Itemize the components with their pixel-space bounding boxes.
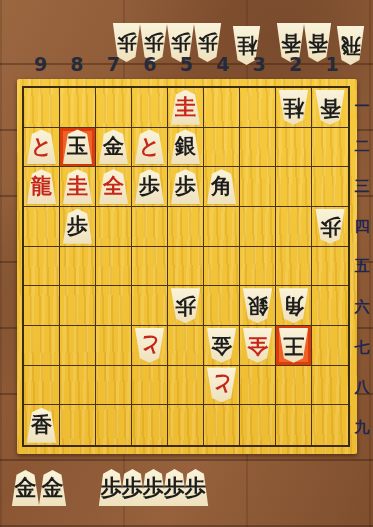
square-4-五[interactable] [204,247,240,287]
square-7-五[interactable] [96,247,132,287]
piece-kanji: 圭 [175,97,196,118]
piece-promoted-knight-black[interactable]: 圭 [62,169,93,204]
square-2-三[interactable] [276,167,312,207]
piece-kanji: 圭 [67,176,88,197]
file-label-4: 4 [204,53,241,75]
black-hand-group: 歩歩歩歩歩 [98,469,209,506]
square-8-四[interactable]: 歩 [60,207,96,247]
square-8-八[interactable] [60,366,96,406]
piece-kanji: 王 [283,335,304,356]
square-7-二[interactable]: 金 [96,128,132,168]
rank-label-7: 七 [351,338,373,357]
square-4-七[interactable]: 金 [204,326,240,366]
piece-kanji: 歩 [185,477,207,499]
piece-pawn-black[interactable]: 歩 [62,209,93,244]
square-3-九[interactable] [240,405,276,445]
square-9-四[interactable] [24,207,60,247]
square-5-四[interactable] [168,207,204,247]
square-9-五[interactable] [24,247,60,287]
square-6-九[interactable] [132,405,168,445]
square-7-四[interactable] [96,207,132,247]
square-6-六[interactable] [132,286,168,326]
piece-tokin-white[interactable]: と [134,328,165,363]
square-5-三[interactable]: 歩 [168,167,204,207]
file-label-3: 3 [241,53,278,75]
piece-kanji: 歩 [164,477,186,499]
piece-kanji: 歩 [143,477,165,499]
piece-dragon-black[interactable]: 龍 [26,169,57,204]
piece-kanji: 銀 [247,295,268,316]
rank-label-2: 二 [351,137,373,156]
square-6-七[interactable]: と [132,326,168,366]
square-4-六[interactable] [204,286,240,326]
piece-kanji: 金 [15,477,37,499]
piece-kanji: 全 [247,335,268,356]
square-7-三[interactable]: 全 [96,167,132,207]
piece-pawn-white[interactable]: 歩 [170,288,201,323]
square-6-五[interactable] [132,247,168,287]
piece-gold-black[interactable]: 金 [38,470,67,506]
piece-bishop-white[interactable]: 角 [278,288,309,323]
piece-kanji: 角 [283,295,304,316]
piece-kanji: 金 [103,136,124,157]
shogi-board: 圭桂香と玉金と銀龍圭全歩歩角歩歩歩銀角と金全王と香 [17,79,357,454]
square-8-二[interactable]: 玉 [60,128,96,168]
piece-kanji: 角 [211,176,232,197]
piece-kanji: 歩 [117,33,137,53]
square-8-六[interactable] [60,286,96,326]
square-4-八[interactable]: と [204,366,240,406]
file-label-6: 6 [131,53,168,75]
square-2-九[interactable] [276,405,312,445]
square-4-四[interactable] [204,207,240,247]
piece-kanji: 金 [42,477,64,499]
square-1-九[interactable] [312,405,348,445]
square-2-五[interactable] [276,247,312,287]
piece-kanji: 香 [281,33,301,53]
piece-kanji: 歩 [67,216,88,237]
piece-gold-white[interactable]: 金 [206,328,237,363]
square-6-八[interactable] [132,366,168,406]
square-7-一[interactable] [96,88,132,128]
square-8-一[interactable] [60,88,96,128]
piece-pawn-black[interactable]: 歩 [170,169,201,204]
square-3-二[interactable] [240,128,276,168]
piece-kanji: 龍 [31,176,52,197]
piece-kanji: と [211,374,233,395]
square-9-八[interactable] [24,366,60,406]
piece-kanji: 玉 [67,136,88,157]
square-9-三[interactable]: 龍 [24,167,60,207]
rank-label-6: 六 [351,298,373,317]
square-3-三[interactable] [240,167,276,207]
piece-promoted-silver-white[interactable]: 全 [242,328,273,363]
square-1-七[interactable] [312,326,348,366]
square-7-七[interactable] [96,326,132,366]
piece-lance-black[interactable]: 香 [26,408,57,443]
square-2-四[interactable] [276,207,312,247]
square-1-四[interactable]: 歩 [312,207,348,247]
square-9-九[interactable]: 香 [24,405,60,445]
square-3-四[interactable] [240,207,276,247]
piece-kanji: 歩 [101,477,123,499]
piece-kanji: と [31,136,53,157]
file-label-8: 8 [58,53,95,75]
piece-lance-white[interactable]: 香 [315,90,346,125]
square-5-一[interactable]: 圭 [168,88,204,128]
square-6-一[interactable] [132,88,168,128]
square-3-七[interactable]: 全 [240,326,276,366]
piece-knight-white[interactable]: 桂 [278,90,309,125]
piece-king-white[interactable]: 王 [278,328,309,363]
file-label-5: 5 [168,53,205,75]
square-7-九[interactable] [96,405,132,445]
square-9-一[interactable] [24,88,60,128]
square-4-二[interactable] [204,128,240,168]
square-2-一[interactable]: 桂 [276,88,312,128]
square-9-六[interactable] [24,286,60,326]
piece-kanji: 桂 [283,97,304,118]
piece-silver-white[interactable]: 銀 [242,288,273,323]
square-2-八[interactable] [276,366,312,406]
piece-gold-black[interactable]: 金 [98,129,129,164]
rank-label-9: 九 [351,418,373,437]
square-6-二[interactable]: と [132,128,168,168]
piece-kanji: 歩 [171,33,191,53]
square-2-六[interactable]: 角 [276,286,312,326]
piece-tokin-white[interactable]: と [206,367,237,402]
square-4-九[interactable] [204,405,240,445]
shogi-app: 歩歩歩歩桂香香飛 987654321 圭桂香と玉金と銀龍圭全歩歩角歩歩歩銀角と金… [0,0,373,527]
square-3-一[interactable] [240,88,276,128]
square-8-五[interactable] [60,247,96,287]
piece-kanji: 香 [31,415,52,436]
piece-promoted-knight-black[interactable]: 圭 [170,90,201,125]
file-label-7: 7 [95,53,132,75]
piece-kanji: 全 [103,176,124,197]
board-grid: 圭桂香と玉金と銀龍圭全歩歩角歩歩歩銀角と金全王と香 [22,86,350,447]
square-7-八[interactable] [96,366,132,406]
square-2-七[interactable]: 王 [276,326,312,366]
piece-pawn-black[interactable]: 歩 [182,469,209,506]
piece-kanji: 歩 [175,176,196,197]
square-1-八[interactable] [312,366,348,406]
square-4-三[interactable]: 角 [204,167,240,207]
square-4-一[interactable] [204,88,240,128]
piece-kanji: 香 [320,97,341,118]
piece-kanji: 歩 [139,176,160,197]
square-8-七[interactable] [60,326,96,366]
piece-kanji: 香 [308,33,328,53]
square-6-三[interactable]: 歩 [132,167,168,207]
square-3-五[interactable] [240,247,276,287]
piece-kanji: 歩 [175,295,196,316]
square-7-六[interactable] [96,286,132,326]
rank-label-4: 四 [351,217,373,236]
piece-kanji: 歩 [198,33,218,53]
piece-gold-black[interactable]: 金 [11,470,40,506]
rank-label-3: 三 [351,177,373,196]
rank-label-1: 一 [351,97,373,116]
black-hand-group: 金金 [11,470,67,506]
piece-kanji: 金 [211,335,232,356]
file-label-2: 2 [277,53,314,75]
piece-pawn-black[interactable]: 歩 [134,169,165,204]
square-2-二[interactable] [276,128,312,168]
square-1-六[interactable] [312,286,348,326]
piece-king-black[interactable]: 玉 [62,129,93,164]
square-3-八[interactable] [240,366,276,406]
file-label-9: 9 [22,53,59,75]
piece-tokin-black[interactable]: と [26,129,57,164]
square-5-六[interactable]: 歩 [168,286,204,326]
piece-kanji: と [139,335,161,356]
square-5-九[interactable] [168,405,204,445]
square-1-二[interactable] [312,128,348,168]
piece-pawn-white[interactable]: 歩 [315,209,346,244]
square-8-九[interactable] [60,405,96,445]
piece-kanji: 歩 [144,33,164,53]
piece-silver-black[interactable]: 銀 [170,129,201,164]
square-1-三[interactable] [312,167,348,207]
piece-kanji: 歩 [122,477,144,499]
square-5-八[interactable] [168,366,204,406]
square-9-七[interactable] [24,326,60,366]
piece-tokin-black[interactable]: と [134,129,165,164]
square-8-三[interactable]: 圭 [60,167,96,207]
piece-kanji: 銀 [175,136,196,157]
piece-bishop-black[interactable]: 角 [206,169,237,204]
rank-label-5: 五 [351,257,373,276]
square-9-二[interactable]: と [24,128,60,168]
piece-kanji: 歩 [320,216,341,237]
piece-promoted-silver-black[interactable]: 全 [98,169,129,204]
square-5-五[interactable] [168,247,204,287]
square-3-六[interactable]: 銀 [240,286,276,326]
square-5-二[interactable]: 銀 [168,128,204,168]
square-1-一[interactable]: 香 [312,88,348,128]
square-1-五[interactable] [312,247,348,287]
piece-kanji: と [139,136,161,157]
file-label-1: 1 [314,53,351,75]
square-6-四[interactable] [132,207,168,247]
square-5-七[interactable] [168,326,204,366]
rank-label-8: 八 [351,378,373,397]
